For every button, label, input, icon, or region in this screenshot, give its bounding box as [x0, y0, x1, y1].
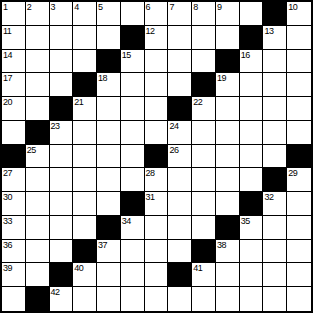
white-cell-r12c10[interactable]: [240, 287, 264, 311]
white-cell-r6c5[interactable]: [121, 145, 145, 169]
black-cell-r9c9: [216, 216, 240, 240]
clue-number-8: 8: [193, 2, 198, 12]
black-cell-r1c10: [240, 26, 264, 50]
white-cell-r12c6[interactable]: [145, 287, 169, 311]
clue-number-23: 23: [51, 121, 60, 131]
clue-number-28: 28: [146, 168, 155, 178]
white-cell-r11c0[interactable]: 39: [2, 263, 26, 287]
white-cell-r6c2[interactable]: [50, 145, 74, 169]
white-cell-r11c3[interactable]: 40: [73, 263, 97, 287]
white-cell-r3c9[interactable]: 19: [216, 73, 240, 97]
white-cell-r5c7[interactable]: 24: [168, 121, 192, 145]
black-cell-r6c6: [145, 145, 169, 169]
white-cell-r8c1[interactable]: [26, 192, 50, 216]
white-cell-r4c10[interactable]: [240, 97, 264, 121]
black-cell-r11c2: [50, 263, 74, 287]
black-cell-r5c1: [26, 121, 50, 145]
white-cell-r3c0[interactable]: 17: [2, 73, 26, 97]
white-cell-r11c9[interactable]: [216, 263, 240, 287]
white-cell-r1c8[interactable]: [192, 26, 216, 50]
white-cell-r2c10[interactable]: 16: [240, 50, 264, 74]
clue-number-40: 40: [74, 263, 83, 273]
white-cell-r4c8[interactable]: 22: [192, 97, 216, 121]
clue-number-24: 24: [169, 121, 178, 131]
white-cell-r4c1[interactable]: [26, 97, 50, 121]
white-cell-r8c8[interactable]: [192, 192, 216, 216]
white-cell-r9c0[interactable]: 33: [2, 216, 26, 240]
clue-number-12: 12: [146, 26, 155, 36]
black-cell-r2c4: [97, 50, 121, 74]
white-cell-r6c9[interactable]: [216, 145, 240, 169]
white-cell-r9c2[interactable]: [50, 216, 74, 240]
white-cell-r12c3[interactable]: [73, 287, 97, 311]
white-cell-r5c12[interactable]: [287, 121, 311, 145]
white-cell-r1c2[interactable]: [50, 26, 74, 50]
white-cell-r7c7[interactable]: [168, 168, 192, 192]
clue-number-36: 36: [3, 240, 12, 250]
white-cell-r0c12[interactable]: 10: [287, 2, 311, 26]
white-cell-r0c3[interactable]: 4: [73, 2, 97, 26]
white-cell-r1c7[interactable]: [168, 26, 192, 50]
white-cell-r9c11[interactable]: [263, 216, 287, 240]
white-cell-r12c8[interactable]: [192, 287, 216, 311]
white-cell-r8c3[interactable]: [73, 192, 97, 216]
black-cell-r10c3: [73, 240, 97, 264]
white-cell-r1c9[interactable]: [216, 26, 240, 50]
white-cell-r7c1[interactable]: [26, 168, 50, 192]
white-cell-r1c1[interactable]: [26, 26, 50, 50]
black-cell-r4c7: [168, 97, 192, 121]
white-cell-r3c10[interactable]: [240, 73, 264, 97]
white-cell-r10c4[interactable]: 37: [97, 240, 121, 264]
white-cell-r3c11[interactable]: [263, 73, 287, 97]
white-cell-r6c11[interactable]: [263, 145, 287, 169]
white-cell-r7c12[interactable]: 29: [287, 168, 311, 192]
white-cell-r1c3[interactable]: [73, 26, 97, 50]
white-cell-r0c4[interactable]: 5: [97, 2, 121, 26]
white-cell-r4c9[interactable]: [216, 97, 240, 121]
white-cell-r12c12[interactable]: [287, 287, 311, 311]
clue-number-2: 2: [27, 2, 32, 12]
clue-number-33: 33: [3, 216, 12, 226]
clue-number-19: 19: [217, 73, 226, 83]
white-cell-r12c7[interactable]: [168, 287, 192, 311]
clue-number-20: 20: [3, 97, 12, 107]
white-cell-r6c8[interactable]: [192, 145, 216, 169]
white-cell-r7c3[interactable]: [73, 168, 97, 192]
black-cell-r11c7: [168, 263, 192, 287]
white-cell-r7c10[interactable]: [240, 168, 264, 192]
white-cell-r12c4[interactable]: [97, 287, 121, 311]
white-cell-r9c12[interactable]: [287, 216, 311, 240]
crossword-grid: 1234567891011121314151617181920212223242…: [0, 0, 313, 313]
clue-number-18: 18: [98, 73, 107, 83]
white-cell-r8c7[interactable]: [168, 192, 192, 216]
white-cell-r5c3[interactable]: [73, 121, 97, 145]
white-cell-r0c10[interactable]: [240, 2, 264, 26]
white-cell-r10c5[interactable]: [121, 240, 145, 264]
white-cell-r3c6[interactable]: [145, 73, 169, 97]
clue-number-34: 34: [122, 216, 131, 226]
white-cell-r2c1[interactable]: [26, 50, 50, 74]
white-cell-r10c1[interactable]: [26, 240, 50, 264]
white-cell-r8c4[interactable]: [97, 192, 121, 216]
white-cell-r7c0[interactable]: 27: [2, 168, 26, 192]
white-cell-r5c11[interactable]: [263, 121, 287, 145]
white-cell-r0c6[interactable]: 6: [145, 2, 169, 26]
white-cell-r11c12[interactable]: [287, 263, 311, 287]
white-cell-r12c9[interactable]: [216, 287, 240, 311]
clue-number-30: 30: [3, 192, 12, 202]
white-cell-r12c2[interactable]: 42: [50, 287, 74, 311]
black-cell-r8c5: [121, 192, 145, 216]
clue-number-39: 39: [3, 263, 12, 273]
white-cell-r11c11[interactable]: [263, 263, 287, 287]
white-cell-r3c5[interactable]: [121, 73, 145, 97]
white-cell-r9c7[interactable]: [168, 216, 192, 240]
black-cell-r8c10: [240, 192, 264, 216]
white-cell-r8c12[interactable]: [287, 192, 311, 216]
white-cell-r0c9[interactable]: 9: [216, 2, 240, 26]
white-cell-r5c4[interactable]: [97, 121, 121, 145]
black-cell-r0c11: [263, 2, 287, 26]
white-cell-r12c11[interactable]: [263, 287, 287, 311]
white-cell-r0c8[interactable]: 8: [192, 2, 216, 26]
white-cell-r5c2[interactable]: 23: [50, 121, 74, 145]
clue-number-42: 42: [51, 287, 60, 297]
black-cell-r6c0: [2, 145, 26, 169]
black-cell-r3c8: [192, 73, 216, 97]
white-cell-r2c8[interactable]: [192, 50, 216, 74]
clue-number-22: 22: [193, 97, 202, 107]
white-cell-r9c3[interactable]: [73, 216, 97, 240]
clue-number-15: 15: [122, 50, 131, 60]
white-cell-r5c8[interactable]: [192, 121, 216, 145]
clue-number-9: 9: [217, 2, 222, 12]
white-cell-r9c1[interactable]: [26, 216, 50, 240]
clue-number-26: 26: [169, 145, 178, 155]
white-cell-r11c1[interactable]: [26, 263, 50, 287]
white-cell-r1c6[interactable]: 12: [145, 26, 169, 50]
white-cell-r4c0[interactable]: 20: [2, 97, 26, 121]
white-cell-r0c0[interactable]: 1: [2, 2, 26, 26]
white-cell-r7c6[interactable]: 28: [145, 168, 169, 192]
white-cell-r0c7[interactable]: 7: [168, 2, 192, 26]
white-cell-r11c10[interactable]: [240, 263, 264, 287]
white-cell-r2c5[interactable]: 15: [121, 50, 145, 74]
white-cell-r3c4[interactable]: 18: [97, 73, 121, 97]
white-cell-r6c7[interactable]: 26: [168, 145, 192, 169]
clue-number-6: 6: [146, 2, 151, 12]
clue-number-7: 7: [169, 2, 174, 12]
black-cell-r1c5: [121, 26, 145, 50]
white-cell-r10c0[interactable]: 36: [2, 240, 26, 264]
white-cell-r0c5[interactable]: [121, 2, 145, 26]
white-cell-r5c0[interactable]: [2, 121, 26, 145]
white-cell-r10c6[interactable]: [145, 240, 169, 264]
clue-number-13: 13: [264, 26, 273, 36]
white-cell-r3c2[interactable]: [50, 73, 74, 97]
white-cell-r10c10[interactable]: [240, 240, 264, 264]
clue-number-1: 1: [3, 2, 8, 12]
white-cell-r1c11[interactable]: 13: [263, 26, 287, 50]
white-cell-r8c11[interactable]: 32: [263, 192, 287, 216]
white-cell-r0c1[interactable]: 2: [26, 2, 50, 26]
white-cell-r11c4[interactable]: [97, 263, 121, 287]
clue-number-5: 5: [98, 2, 103, 12]
white-cell-r1c4[interactable]: [97, 26, 121, 50]
white-cell-r4c12[interactable]: [287, 97, 311, 121]
white-cell-r5c10[interactable]: [240, 121, 264, 145]
white-cell-r7c5[interactable]: [121, 168, 145, 192]
white-cell-r3c12[interactable]: [287, 73, 311, 97]
white-cell-r9c6[interactable]: [145, 216, 169, 240]
black-cell-r9c4: [97, 216, 121, 240]
clue-number-37: 37: [98, 240, 107, 250]
white-cell-r5c5[interactable]: [121, 121, 145, 145]
white-cell-r8c9[interactable]: [216, 192, 240, 216]
black-cell-r7c11: [263, 168, 287, 192]
white-cell-r2c7[interactable]: [168, 50, 192, 74]
clue-number-38: 38: [217, 240, 226, 250]
white-cell-r6c10[interactable]: [240, 145, 264, 169]
white-cell-r2c3[interactable]: [73, 50, 97, 74]
white-cell-r10c9[interactable]: 38: [216, 240, 240, 264]
black-cell-r10c8: [192, 240, 216, 264]
white-cell-r8c0[interactable]: 30: [2, 192, 26, 216]
white-cell-r3c7[interactable]: [168, 73, 192, 97]
white-cell-r3c1[interactable]: [26, 73, 50, 97]
white-cell-r10c7[interactable]: [168, 240, 192, 264]
white-cell-r6c3[interactable]: [73, 145, 97, 169]
white-cell-r0c2[interactable]: 3: [50, 2, 74, 26]
white-cell-r8c6[interactable]: 31: [145, 192, 169, 216]
white-cell-r9c5[interactable]: 34: [121, 216, 145, 240]
white-cell-r2c12[interactable]: [287, 50, 311, 74]
white-cell-r7c2[interactable]: [50, 168, 74, 192]
crossword-puzzle: 1234567891011121314151617181920212223242…: [0, 0, 313, 313]
white-cell-r2c6[interactable]: [145, 50, 169, 74]
clue-number-31: 31: [146, 192, 155, 202]
white-cell-r7c9[interactable]: [216, 168, 240, 192]
white-cell-r10c2[interactable]: [50, 240, 74, 264]
white-cell-r4c11[interactable]: [263, 97, 287, 121]
white-cell-r11c6[interactable]: [145, 263, 169, 287]
clue-number-11: 11: [3, 26, 11, 36]
white-cell-r2c0[interactable]: 14: [2, 50, 26, 74]
clue-number-14: 14: [3, 50, 12, 60]
white-cell-r11c8[interactable]: 41: [192, 263, 216, 287]
clue-number-29: 29: [288, 168, 297, 178]
clue-number-27: 27: [3, 168, 12, 178]
white-cell-r10c11[interactable]: [263, 240, 287, 264]
white-cell-r5c6[interactable]: [145, 121, 169, 145]
white-cell-r9c10[interactable]: 35: [240, 216, 264, 240]
white-cell-r10c12[interactable]: [287, 240, 311, 264]
black-cell-r2c9: [216, 50, 240, 74]
clue-number-3: 3: [51, 2, 56, 12]
clue-number-35: 35: [241, 216, 250, 226]
white-cell-r2c11[interactable]: [263, 50, 287, 74]
white-cell-r2c2[interactable]: [50, 50, 74, 74]
white-cell-r6c4[interactable]: [97, 145, 121, 169]
white-cell-r4c3[interactable]: 21: [73, 97, 97, 121]
clue-number-21: 21: [74, 97, 83, 107]
white-cell-r11c5[interactable]: [121, 263, 145, 287]
white-cell-r12c5[interactable]: [121, 287, 145, 311]
white-cell-r8c2[interactable]: [50, 192, 74, 216]
clue-number-17: 17: [3, 73, 12, 83]
clue-number-10: 10: [288, 2, 297, 12]
clue-number-25: 25: [27, 145, 36, 155]
clue-number-41: 41: [193, 263, 202, 273]
black-cell-r3c3: [73, 73, 97, 97]
white-cell-r1c0[interactable]: 11: [2, 26, 26, 50]
white-cell-r4c5[interactable]: [121, 97, 145, 121]
clue-number-4: 4: [74, 2, 79, 12]
white-cell-r4c4[interactable]: [97, 97, 121, 121]
white-cell-r7c8[interactable]: [192, 168, 216, 192]
white-cell-r9c8[interactable]: [192, 216, 216, 240]
clue-number-32: 32: [264, 192, 273, 202]
white-cell-r7c4[interactable]: [97, 168, 121, 192]
white-cell-r6c1[interactable]: 25: [26, 145, 50, 169]
white-cell-r12c0[interactable]: [2, 287, 26, 311]
black-cell-r6c12: [287, 145, 311, 169]
white-cell-r1c12[interactable]: [287, 26, 311, 50]
black-cell-r4c2: [50, 97, 74, 121]
black-cell-r12c1: [26, 287, 50, 311]
clue-number-16: 16: [241, 50, 250, 60]
white-cell-r4c6[interactable]: [145, 97, 169, 121]
white-cell-r5c9[interactable]: [216, 121, 240, 145]
